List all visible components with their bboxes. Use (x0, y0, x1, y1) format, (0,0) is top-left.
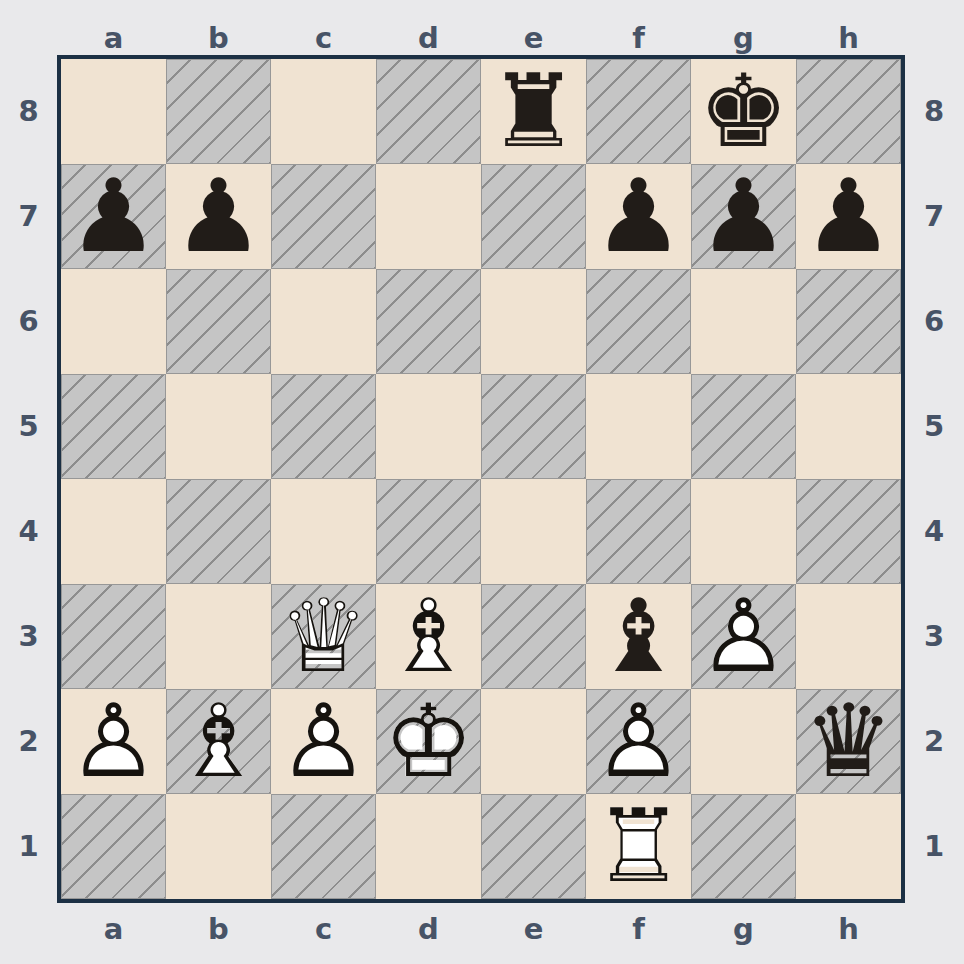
piece-white-pawn[interactable]: ♟♙ (586, 689, 691, 794)
file-label-a: a (61, 21, 166, 55)
piece-white-king[interactable]: ♚♔ (376, 689, 481, 794)
piece-black-pawn[interactable]: ♟ (796, 164, 901, 269)
rank-label-8: 8 (909, 59, 959, 164)
file-label-e: e (481, 21, 586, 55)
rank-label-6: 6 (909, 269, 959, 374)
square-d4[interactable] (376, 479, 481, 584)
piece-glyph: ♟ (691, 164, 796, 269)
square-h8[interactable] (796, 59, 901, 164)
square-a8[interactable] (61, 59, 166, 164)
square-a4[interactable] (61, 479, 166, 584)
square-e4[interactable] (481, 479, 586, 584)
rank-label-6: 6 (0, 269, 57, 374)
file-label-b: b (166, 912, 271, 946)
piece-outline-layer: ♗ (376, 584, 481, 689)
square-h6[interactable] (796, 269, 901, 374)
square-c3[interactable]: ♛♕ (271, 584, 376, 689)
rank-label-8: 8 (0, 59, 57, 164)
square-g6[interactable] (691, 269, 796, 374)
square-h1[interactable] (796, 794, 901, 899)
file-label-g: g (691, 912, 796, 946)
file-label-b: b (166, 21, 271, 55)
square-d5[interactable] (376, 374, 481, 479)
file-labels-top: abcdefgh (61, 21, 901, 55)
square-d3[interactable]: ♝♗ (376, 584, 481, 689)
piece-glyph: ♛ (796, 689, 901, 794)
piece-outline-layer: ♙ (691, 584, 796, 689)
rank-label-2: 2 (909, 689, 959, 794)
square-f8[interactable] (586, 59, 691, 164)
piece-white-pawn[interactable]: ♟♙ (691, 584, 796, 689)
piece-white-pawn[interactable]: ♟♙ (271, 689, 376, 794)
rank-labels-right: 87654321 (909, 59, 959, 899)
piece-glyph: ♟ (796, 164, 901, 269)
square-c2[interactable]: ♟♙ (271, 689, 376, 794)
square-e8[interactable]: ♜ (481, 59, 586, 164)
rank-label-1: 1 (909, 794, 959, 899)
square-d2[interactable]: ♚♔ (376, 689, 481, 794)
file-label-f: f (586, 21, 691, 55)
square-b2[interactable]: ♝♗ (166, 689, 271, 794)
square-d1[interactable] (376, 794, 481, 899)
file-label-g: g (691, 21, 796, 55)
file-label-c: c (271, 912, 376, 946)
rank-label-1: 1 (0, 794, 57, 899)
piece-glyph: ♜ (481, 59, 586, 164)
square-e6[interactable] (481, 269, 586, 374)
piece-white-bishop[interactable]: ♝♗ (376, 584, 481, 689)
file-label-c: c (271, 21, 376, 55)
rank-label-5: 5 (909, 374, 959, 479)
square-f6[interactable] (586, 269, 691, 374)
file-label-d: d (376, 21, 481, 55)
piece-glyph: ♟ (166, 164, 271, 269)
square-g7[interactable]: ♟ (691, 164, 796, 269)
square-g3[interactable]: ♟♙ (691, 584, 796, 689)
square-f2[interactable]: ♟♙ (586, 689, 691, 794)
piece-white-queen[interactable]: ♛♕ (271, 584, 376, 689)
square-g5[interactable] (691, 374, 796, 479)
piece-outline-layer: ♖ (586, 794, 691, 899)
chess-diagram: abcdefgh 87654321 ♜♚♟♟♟♟♟♛♕♝♗♝♟♙♟♙♝♗♟♙♚♔… (0, 0, 964, 964)
square-h4[interactable] (796, 479, 901, 584)
square-d7[interactable] (376, 164, 481, 269)
piece-black-pawn[interactable]: ♟ (61, 164, 166, 269)
rank-label-7: 7 (0, 164, 57, 269)
piece-black-queen[interactable]: ♛ (796, 689, 901, 794)
square-f7[interactable]: ♟ (586, 164, 691, 269)
piece-outline-layer: ♙ (271, 689, 376, 794)
piece-black-king[interactable]: ♚ (691, 59, 796, 164)
square-a1[interactable] (61, 794, 166, 899)
square-c1[interactable] (271, 794, 376, 899)
file-label-e: e (481, 912, 586, 946)
square-b3[interactable] (166, 584, 271, 689)
square-a3[interactable] (61, 584, 166, 689)
square-a5[interactable] (61, 374, 166, 479)
square-e7[interactable] (481, 164, 586, 269)
square-a2[interactable]: ♟♙ (61, 689, 166, 794)
piece-black-pawn[interactable]: ♟ (586, 164, 691, 269)
square-d6[interactable] (376, 269, 481, 374)
file-label-h: h (796, 912, 901, 946)
square-g1[interactable] (691, 794, 796, 899)
square-c6[interactable] (271, 269, 376, 374)
piece-outline-layer: ♗ (166, 689, 271, 794)
square-g4[interactable] (691, 479, 796, 584)
square-g2[interactable] (691, 689, 796, 794)
rank-label-4: 4 (909, 479, 959, 584)
rank-label-5: 5 (0, 374, 57, 479)
square-f4[interactable] (586, 479, 691, 584)
piece-black-pawn[interactable]: ♟ (691, 164, 796, 269)
rank-labels-left: 87654321 (0, 59, 57, 899)
square-a7[interactable]: ♟ (61, 164, 166, 269)
piece-glyph: ♟ (61, 164, 166, 269)
rank-label-3: 3 (909, 584, 959, 689)
piece-white-rook[interactable]: ♜♖ (586, 794, 691, 899)
file-label-f: f (586, 912, 691, 946)
square-b6[interactable] (166, 269, 271, 374)
square-e3[interactable] (481, 584, 586, 689)
square-h7[interactable]: ♟ (796, 164, 901, 269)
rank-label-3: 3 (0, 584, 57, 689)
square-c7[interactable] (271, 164, 376, 269)
square-c8[interactable] (271, 59, 376, 164)
square-a6[interactable] (61, 269, 166, 374)
square-e2[interactable] (481, 689, 586, 794)
square-d8[interactable] (376, 59, 481, 164)
piece-white-bishop[interactable]: ♝♗ (166, 689, 271, 794)
square-b1[interactable] (166, 794, 271, 899)
square-h3[interactable] (796, 584, 901, 689)
piece-glyph: ♚ (691, 59, 796, 164)
piece-black-pawn[interactable]: ♟ (166, 164, 271, 269)
chess-board: ♜♚♟♟♟♟♟♛♕♝♗♝♟♙♟♙♝♗♟♙♚♔♟♙♛♜♖ (57, 55, 905, 903)
square-b7[interactable]: ♟ (166, 164, 271, 269)
square-f5[interactable] (586, 374, 691, 479)
piece-white-pawn[interactable]: ♟♙ (61, 689, 166, 794)
rank-label-7: 7 (909, 164, 959, 269)
piece-glyph: ♝ (586, 584, 691, 689)
piece-outline-layer: ♙ (586, 689, 691, 794)
piece-outline-layer: ♙ (61, 689, 166, 794)
square-b4[interactable] (166, 479, 271, 584)
square-e5[interactable] (481, 374, 586, 479)
square-f1[interactable]: ♜♖ (586, 794, 691, 899)
square-f3[interactable]: ♝ (586, 584, 691, 689)
piece-black-rook[interactable]: ♜ (481, 59, 586, 164)
rank-label-2: 2 (0, 689, 57, 794)
square-h5[interactable] (796, 374, 901, 479)
file-label-d: d (376, 912, 481, 946)
piece-outline-layer: ♔ (376, 689, 481, 794)
square-c5[interactable] (271, 374, 376, 479)
square-b8[interactable] (166, 59, 271, 164)
square-e1[interactable] (481, 794, 586, 899)
rank-label-4: 4 (0, 479, 57, 584)
square-b5[interactable] (166, 374, 271, 479)
file-label-h: h (796, 21, 901, 55)
piece-black-bishop[interactable]: ♝ (586, 584, 691, 689)
square-g8[interactable]: ♚ (691, 59, 796, 164)
square-c4[interactable] (271, 479, 376, 584)
piece-outline-layer: ♕ (271, 584, 376, 689)
file-label-a: a (61, 912, 166, 946)
square-h2[interactable]: ♛ (796, 689, 901, 794)
piece-glyph: ♟ (586, 164, 691, 269)
file-labels-bottom: abcdefgh (61, 912, 901, 946)
